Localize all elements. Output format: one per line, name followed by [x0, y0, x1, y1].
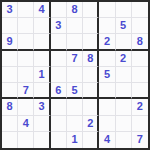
sudoku-cell-r9c7[interactable]: 4 — [99, 132, 115, 148]
sudoku-cell-r5c2[interactable] — [18, 67, 34, 83]
given-digit: 6 — [55, 85, 61, 96]
sudoku-cell-r7c4[interactable] — [51, 99, 67, 115]
sudoku-cell-r3c1[interactable]: 9 — [2, 34, 18, 50]
sudoku-cell-r4c5[interactable]: 7 — [67, 51, 83, 67]
sudoku-cell-r4c8[interactable]: 2 — [116, 51, 132, 67]
given-digit: 7 — [137, 134, 143, 145]
sudoku-cell-r4c4[interactable] — [51, 51, 67, 67]
sudoku-cell-r7c7[interactable] — [99, 99, 115, 115]
given-digit: 7 — [23, 85, 29, 96]
sudoku-cell-r3c7[interactable]: 2 — [99, 34, 115, 50]
sudoku-cell-r3c8[interactable] — [116, 34, 132, 50]
given-digit: 1 — [38, 69, 44, 80]
sudoku-cell-r6c9[interactable] — [132, 83, 148, 99]
given-digit: 2 — [120, 53, 126, 64]
sudoku-cell-r6c8[interactable] — [116, 83, 132, 99]
sudoku-cell-r7c1[interactable]: 8 — [2, 99, 18, 115]
sudoku-cell-r1c4[interactable] — [51, 2, 67, 18]
sudoku-cell-r9c1[interactable] — [2, 132, 18, 148]
given-digit: 3 — [38, 101, 44, 112]
sudoku-cell-r2c3[interactable] — [34, 18, 50, 34]
sudoku-cell-r8c9[interactable] — [132, 116, 148, 132]
sudoku-cell-r4c2[interactable] — [18, 51, 34, 67]
sudoku-cell-r1c1[interactable]: 3 — [2, 2, 18, 18]
sudoku-cell-r7c3[interactable]: 3 — [34, 99, 50, 115]
sudoku-cell-r4c6[interactable]: 8 — [83, 51, 99, 67]
sudoku-cell-r3c3[interactable] — [34, 34, 50, 50]
given-digit: 2 — [104, 36, 110, 47]
sudoku-cell-r1c6[interactable] — [83, 2, 99, 18]
sudoku-cell-r2c6[interactable] — [83, 18, 99, 34]
sudoku-cell-r8c4[interactable] — [51, 116, 67, 132]
sudoku-cell-r6c5[interactable]: 5 — [67, 83, 83, 99]
given-digit: 5 — [120, 20, 126, 31]
sudoku-cell-r6c6[interactable] — [83, 83, 99, 99]
sudoku-cell-r9c8[interactable] — [116, 132, 132, 148]
sudoku-cell-r1c3[interactable]: 4 — [34, 2, 50, 18]
given-digit: 2 — [87, 118, 93, 129]
given-digit: 1 — [71, 134, 77, 145]
sudoku-cell-r1c2[interactable] — [18, 2, 34, 18]
given-digit: 8 — [71, 4, 77, 15]
sudoku-cell-r1c8[interactable] — [116, 2, 132, 18]
given-digit: 3 — [55, 20, 61, 31]
sudoku-cell-r5c8[interactable] — [116, 67, 132, 83]
sudoku-cell-r9c3[interactable] — [34, 132, 50, 148]
sudoku-cell-r4c7[interactable] — [99, 51, 115, 67]
given-digit: 8 — [87, 53, 93, 64]
sudoku-cell-r4c1[interactable] — [2, 51, 18, 67]
sudoku-cell-r7c5[interactable] — [67, 99, 83, 115]
sudoku-cell-r2c2[interactable] — [18, 18, 34, 34]
sudoku-cell-r6c7[interactable] — [99, 83, 115, 99]
given-digit: 4 — [38, 4, 44, 15]
sudoku-cell-r9c2[interactable] — [18, 132, 34, 148]
given-digit: 5 — [71, 85, 77, 96]
sudoku-cell-r5c1[interactable] — [2, 67, 18, 83]
sudoku-cell-r2c5[interactable] — [67, 18, 83, 34]
sudoku-cell-r2c1[interactable] — [2, 18, 18, 34]
given-digit: 9 — [7, 36, 13, 47]
sudoku-cell-r7c6[interactable] — [83, 99, 99, 115]
sudoku-cell-r2c4[interactable]: 3 — [51, 18, 67, 34]
given-digit: 5 — [104, 69, 110, 80]
sudoku-cell-r5c9[interactable] — [132, 67, 148, 83]
given-digit: 7 — [71, 53, 77, 64]
sudoku-cell-r9c6[interactable] — [83, 132, 99, 148]
given-digit: 2 — [137, 101, 143, 112]
given-digit: 4 — [104, 134, 110, 145]
sudoku-cell-r8c2[interactable]: 4 — [18, 116, 34, 132]
sudoku-cell-r5c6[interactable] — [83, 67, 99, 83]
sudoku-cell-r1c7[interactable] — [99, 2, 115, 18]
given-digit: 8 — [137, 36, 143, 47]
sudoku-cell-r7c8[interactable] — [116, 99, 132, 115]
given-digit: 3 — [7, 4, 13, 15]
sudoku-cell-r3c5[interactable] — [67, 34, 83, 50]
sudoku-cell-r2c9[interactable] — [132, 18, 148, 34]
sudoku-cell-r4c9[interactable] — [132, 51, 148, 67]
sudoku-cell-r3c4[interactable] — [51, 34, 67, 50]
sudoku-cell-r2c7[interactable] — [99, 18, 115, 34]
sudoku-cell-r8c6[interactable]: 2 — [83, 116, 99, 132]
sudoku-cell-r3c2[interactable] — [18, 34, 34, 50]
sudoku-cell-r7c9[interactable]: 2 — [132, 99, 148, 115]
sudoku-cell-r1c5[interactable]: 8 — [67, 2, 83, 18]
sudoku-cell-r6c1[interactable] — [2, 83, 18, 99]
sudoku-cell-r1c9[interactable] — [132, 2, 148, 18]
sudoku-cell-r8c7[interactable] — [99, 116, 115, 132]
sudoku-cell-r9c4[interactable] — [51, 132, 67, 148]
sudoku-cell-r5c3[interactable]: 1 — [34, 67, 50, 83]
sudoku-cell-r2c8[interactable]: 5 — [116, 18, 132, 34]
sudoku-cell-r6c3[interactable] — [34, 83, 50, 99]
sudoku-cell-r5c4[interactable] — [51, 67, 67, 83]
sudoku-cell-r5c5[interactable] — [67, 67, 83, 83]
given-digit: 8 — [7, 101, 13, 112]
sudoku-cell-r5c7[interactable]: 5 — [99, 67, 115, 83]
sudoku-cell-r8c1[interactable] — [2, 116, 18, 132]
sudoku-cell-r4c3[interactable] — [34, 51, 50, 67]
sudoku-cell-r7c2[interactable] — [18, 99, 34, 115]
sudoku-board: 348359287821576583242147 — [0, 0, 150, 150]
sudoku-cell-r3c9[interactable]: 8 — [132, 34, 148, 50]
sudoku-cell-r3c6[interactable] — [83, 34, 99, 50]
sudoku-cell-r6c4[interactable]: 6 — [51, 83, 67, 99]
sudoku-cell-r8c8[interactable] — [116, 116, 132, 132]
sudoku-cell-r9c9[interactable]: 7 — [132, 132, 148, 148]
sudoku-cell-r8c5[interactable] — [67, 116, 83, 132]
sudoku-cell-r6c2[interactable]: 7 — [18, 83, 34, 99]
given-digit: 4 — [23, 118, 29, 129]
sudoku-cell-r8c3[interactable] — [34, 116, 50, 132]
sudoku-cell-r9c5[interactable]: 1 — [67, 132, 83, 148]
